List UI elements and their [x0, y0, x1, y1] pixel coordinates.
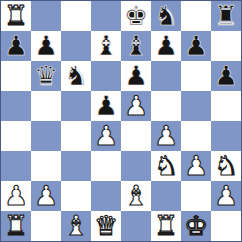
square-b5[interactable]	[31, 91, 61, 121]
square-c1[interactable]: ♝	[61, 211, 91, 241]
square-d1[interactable]: ♛	[91, 211, 121, 241]
square-a8[interactable]: ♜	[1, 1, 31, 31]
square-a4[interactable]	[1, 121, 31, 151]
white-pawn[interactable]: ♟	[34, 182, 58, 209]
square-a1[interactable]: ♜	[1, 211, 31, 241]
black-pawn[interactable]: ♟	[184, 32, 208, 59]
square-d6[interactable]	[91, 61, 121, 91]
square-e8[interactable]: ♚	[121, 1, 151, 31]
white-knight[interactable]: ♞	[214, 152, 238, 179]
square-b7[interactable]: ♟	[31, 31, 61, 61]
square-c7[interactable]	[61, 31, 91, 61]
black-rook[interactable]: ♜	[214, 2, 238, 29]
square-b8[interactable]	[31, 1, 61, 31]
square-c5[interactable]	[61, 91, 91, 121]
square-f8[interactable]: ♞	[151, 1, 181, 31]
square-g5[interactable]	[181, 91, 211, 121]
square-g4[interactable]	[181, 121, 211, 151]
square-g3[interactable]: ♟	[181, 151, 211, 181]
black-queen[interactable]: ♛	[34, 62, 58, 89]
square-f5[interactable]	[151, 91, 181, 121]
square-e5[interactable]: ♟	[121, 91, 151, 121]
square-f6[interactable]	[151, 61, 181, 91]
square-d7[interactable]: ♝	[91, 31, 121, 61]
square-c2[interactable]	[61, 181, 91, 211]
black-pawn[interactable]: ♟	[94, 92, 118, 119]
square-a3[interactable]	[1, 151, 31, 181]
white-knight[interactable]: ♞	[154, 152, 178, 179]
square-c3[interactable]	[61, 151, 91, 181]
black-bishop[interactable]: ♝	[124, 32, 148, 59]
square-f3[interactable]: ♞	[151, 151, 181, 181]
white-pawn[interactable]: ♟	[214, 182, 238, 209]
square-d4[interactable]: ♟	[91, 121, 121, 151]
square-c6[interactable]: ♞	[61, 61, 91, 91]
white-queen[interactable]: ♛	[94, 212, 118, 239]
square-a2[interactable]: ♟	[1, 181, 31, 211]
square-h3[interactable]: ♞	[211, 151, 241, 181]
square-a6[interactable]	[1, 61, 31, 91]
square-b3[interactable]	[31, 151, 61, 181]
square-h5[interactable]	[211, 91, 241, 121]
square-h4[interactable]	[211, 121, 241, 151]
white-bishop[interactable]: ♝	[64, 212, 88, 239]
square-b4[interactable]	[31, 121, 61, 151]
square-c4[interactable]	[61, 121, 91, 151]
square-d8[interactable]	[91, 1, 121, 31]
square-d5[interactable]: ♟	[91, 91, 121, 121]
square-c8[interactable]	[61, 1, 91, 31]
square-g8[interactable]	[181, 1, 211, 31]
square-g6[interactable]	[181, 61, 211, 91]
black-pawn[interactable]: ♟	[214, 62, 238, 89]
square-e6[interactable]: ♟	[121, 61, 151, 91]
chess-board: ♜♚♞♜♟♟♝♝♟♟♛♞♟♟♟♟♟♟♞♟♞♟♟♝♟♜♝♛♜♚	[0, 0, 242, 242]
white-rook[interactable]: ♜	[4, 212, 28, 239]
square-h6[interactable]: ♟	[211, 61, 241, 91]
square-g2[interactable]	[181, 181, 211, 211]
square-f4[interactable]: ♟	[151, 121, 181, 151]
black-knight[interactable]: ♞	[64, 62, 88, 89]
square-b1[interactable]	[31, 211, 61, 241]
square-h8[interactable]: ♜	[211, 1, 241, 31]
square-e1[interactable]	[121, 211, 151, 241]
square-h2[interactable]: ♟	[211, 181, 241, 211]
black-king[interactable]: ♚	[124, 2, 148, 29]
square-g1[interactable]: ♚	[181, 211, 211, 241]
white-pawn[interactable]: ♟	[94, 122, 118, 149]
black-knight[interactable]: ♞	[154, 2, 178, 29]
square-b6[interactable]: ♛	[31, 61, 61, 91]
black-pawn[interactable]: ♟	[124, 62, 148, 89]
square-e4[interactable]	[121, 121, 151, 151]
white-pawn[interactable]: ♟	[4, 182, 28, 209]
square-h7[interactable]	[211, 31, 241, 61]
square-a7[interactable]: ♟	[1, 31, 31, 61]
white-pawn[interactable]: ♟	[154, 122, 178, 149]
black-pawn[interactable]: ♟	[154, 32, 178, 59]
white-king[interactable]: ♚	[184, 212, 208, 239]
square-e2[interactable]: ♝	[121, 181, 151, 211]
white-pawn[interactable]: ♟	[184, 152, 208, 179]
square-f1[interactable]: ♜	[151, 211, 181, 241]
square-d2[interactable]	[91, 181, 121, 211]
square-h1[interactable]	[211, 211, 241, 241]
black-pawn[interactable]: ♟	[4, 32, 28, 59]
black-pawn[interactable]: ♟	[34, 32, 58, 59]
white-rook[interactable]: ♜	[154, 212, 178, 239]
square-f7[interactable]: ♟	[151, 31, 181, 61]
square-e7[interactable]: ♝	[121, 31, 151, 61]
white-bishop[interactable]: ♝	[124, 182, 148, 209]
square-d3[interactable]	[91, 151, 121, 181]
square-b2[interactable]: ♟	[31, 181, 61, 211]
square-a5[interactable]	[1, 91, 31, 121]
white-pawn[interactable]: ♟	[124, 92, 148, 119]
square-f2[interactable]	[151, 181, 181, 211]
black-bishop[interactable]: ♝	[94, 32, 118, 59]
white-rook[interactable]: ♜	[4, 2, 28, 29]
square-e3[interactable]	[121, 151, 151, 181]
square-g7[interactable]: ♟	[181, 31, 211, 61]
